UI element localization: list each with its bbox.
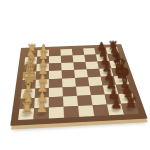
square-h1[interactable]: ♜ [18,108,34,120]
board-scene: ♜♟♟♜♞♟♟♞♝♟♟♝♛♟♟♛♚♟♟♚♝♟♟♝♞♟♟♞♜♟♟♜ [17,20,133,136]
chessboard-photo: ♜♟♟♜♞♟♟♞♝♟♟♝♛♟♟♛♚♟♟♚♝♟♟♝♞♟♟♞♜♟♟♜ [0,0,150,150]
square-d4[interactable] [62,70,75,79]
square-h4[interactable] [63,106,79,118]
square-c5[interactable] [73,62,86,70]
piece-white-rook[interactable]: ♜ [19,101,33,116]
square-e5[interactable] [75,77,89,86]
square-h7[interactable]: ♟ [107,104,124,115]
square-d3[interactable] [49,70,62,79]
square-h3[interactable] [49,107,64,119]
board-frame: ♜♟♟♜♞♟♟♞♝♟♟♝♛♟♟♛♚♟♟♚♝♟♟♝♞♟♟♞♜♟♟♜ [10,44,147,126]
square-g4[interactable] [63,96,78,107]
square-h8[interactable]: ♜ [121,103,139,114]
square-h2[interactable]: ♟ [34,107,49,119]
piece-black-rook[interactable]: ♜ [124,96,137,111]
piece-black-pawn[interactable]: ♟ [110,97,122,111]
square-e3[interactable] [49,79,63,88]
board-grid: ♜♟♟♜♞♟♟♞♝♟♟♝♛♟♟♛♚♟♟♚♝♟♟♝♞♟♟♞♜♟♟♜ [18,47,139,120]
piece-white-pawn[interactable]: ♟ [35,101,47,115]
square-e4[interactable] [62,78,76,87]
